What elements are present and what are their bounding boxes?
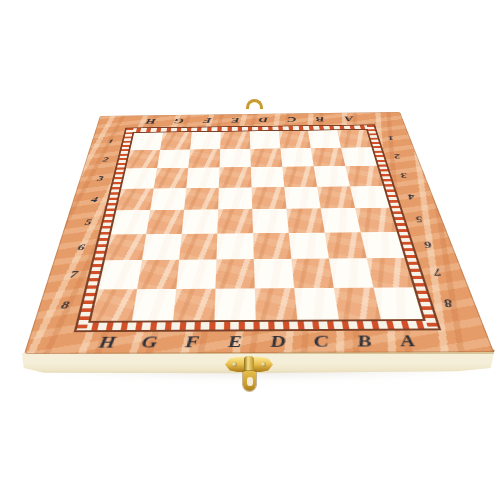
square-D2[interactable] [250, 148, 282, 167]
square-D8[interactable] [255, 288, 298, 320]
clasp-hasp-loop [243, 371, 256, 391]
playing-field [91, 130, 423, 321]
square-G3[interactable] [154, 168, 188, 188]
chess-board: HGFEDCBA HGFEDCBA 12345678 12345678 [24, 112, 494, 354]
square-E1[interactable] [220, 131, 250, 149]
square-A3[interactable] [345, 166, 383, 186]
square-E8[interactable] [214, 288, 255, 320]
square-G2[interactable] [157, 149, 190, 168]
coordinate-label: H [84, 332, 130, 353]
square-H1[interactable] [130, 132, 163, 149]
square-H7[interactable] [98, 260, 142, 289]
coordinate-label: 1 [377, 129, 404, 146]
file-labels-near: HGFEDCBA [84, 330, 433, 352]
square-C6[interactable] [289, 232, 329, 259]
square-A4[interactable] [350, 186, 390, 208]
coordinate-label: B [305, 114, 336, 125]
coordinate-label: F [170, 331, 214, 352]
square-F1[interactable] [190, 132, 221, 149]
coordinate-label: G [127, 332, 172, 353]
square-F5[interactable] [182, 209, 218, 233]
square-C1[interactable] [279, 131, 311, 149]
square-G8[interactable] [132, 289, 176, 321]
brass-ring-pull[interactable] [246, 99, 263, 109]
square-D4[interactable] [252, 187, 287, 209]
square-B1[interactable] [308, 130, 341, 148]
square-H3[interactable] [121, 168, 157, 188]
coordinate-label: D [256, 331, 300, 352]
brass-clasp-latch[interactable] [225, 354, 273, 392]
square-C4[interactable] [284, 186, 320, 208]
square-H8[interactable] [91, 289, 137, 321]
square-D1[interactable] [250, 131, 281, 149]
square-C5[interactable] [286, 208, 324, 232]
coordinate-label: A [333, 113, 364, 124]
square-C3[interactable] [282, 166, 317, 186]
coordinate-label: 1 [98, 133, 123, 150]
square-D3[interactable] [251, 167, 284, 187]
square-F7[interactable] [176, 259, 216, 288]
product-photo: HGFEDCBA HGFEDCBA 12345678 12345678 [0, 0, 500, 500]
square-B6[interactable] [325, 232, 367, 259]
square-F2[interactable] [188, 149, 220, 168]
coordinate-label: 2 [383, 147, 411, 166]
coordinate-label: E [213, 331, 257, 352]
square-B2[interactable] [311, 147, 346, 166]
square-H4[interactable] [116, 188, 153, 210]
square-B4[interactable] [317, 186, 355, 208]
square-F8[interactable] [173, 288, 215, 320]
square-B3[interactable] [314, 166, 350, 186]
square-D7[interactable] [254, 259, 294, 288]
clasp-screw-left [232, 362, 237, 367]
square-H6[interactable] [105, 234, 146, 260]
square-C8[interactable] [294, 287, 339, 319]
coordinate-label: B [341, 331, 388, 352]
coordinate-label: C [277, 114, 307, 125]
square-G6[interactable] [142, 234, 182, 260]
square-G5[interactable] [146, 210, 184, 234]
square-A5[interactable] [355, 208, 397, 232]
coordinate-label: F [192, 115, 221, 126]
coordinate-label: D [249, 114, 278, 125]
square-E2[interactable] [220, 149, 251, 168]
square-C7[interactable] [291, 259, 333, 288]
square-F3[interactable] [186, 167, 219, 187]
clasp-screw-right [261, 362, 266, 367]
coordinate-label: A [383, 330, 432, 351]
coordinate-label: C [298, 331, 344, 352]
square-F6[interactable] [179, 233, 217, 259]
square-A6[interactable] [361, 232, 405, 259]
coordinate-label: H [135, 116, 165, 127]
square-E7[interactable] [215, 259, 254, 288]
square-A1[interactable] [337, 130, 371, 148]
square-B5[interactable] [321, 208, 361, 232]
coordinate-label: G [164, 116, 194, 127]
square-C2[interactable] [280, 148, 313, 167]
square-G7[interactable] [137, 260, 179, 289]
square-F4[interactable] [184, 187, 219, 209]
square-E5[interactable] [217, 209, 253, 233]
square-G1[interactable] [160, 132, 192, 149]
square-D6[interactable] [253, 233, 291, 260]
square-D5[interactable] [252, 209, 289, 233]
square-H2[interactable] [126, 150, 160, 169]
square-E6[interactable] [216, 233, 253, 260]
square-G4[interactable] [150, 188, 186, 210]
square-A2[interactable] [341, 147, 377, 166]
square-H5[interactable] [111, 210, 150, 234]
square-E3[interactable] [219, 167, 252, 187]
square-E4[interactable] [218, 187, 252, 209]
coordinate-label: E [221, 115, 250, 126]
